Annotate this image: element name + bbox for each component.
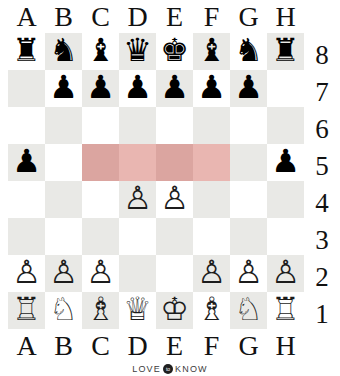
file-label-e-bottom: E	[156, 332, 193, 360]
rank-label-7: 7	[304, 70, 340, 107]
square-b4	[45, 181, 82, 218]
square-a7	[8, 70, 45, 107]
file-labels-top: ABCDEFGH	[8, 0, 304, 33]
square-h2: ♙	[267, 255, 304, 292]
square-g7: ♟	[230, 70, 267, 107]
square-d1: ♕	[119, 292, 156, 329]
piece-white-knight: ♘	[49, 291, 78, 328]
square-c2: ♙	[82, 255, 119, 292]
piece-black-bishop: ♝	[197, 32, 226, 69]
piece-black-pawn: ♟	[160, 69, 189, 106]
square-h5: ♟	[267, 144, 304, 181]
square-d7: ♟	[119, 70, 156, 107]
square-d2	[119, 255, 156, 292]
file-label-b-bottom: B	[45, 332, 82, 360]
square-d8: ♛	[119, 33, 156, 70]
square-c5	[82, 144, 119, 181]
square-b3	[45, 218, 82, 255]
piece-black-bishop: ♝	[86, 32, 115, 69]
file-labels-bottom: ABCDEFGH	[8, 329, 304, 362]
square-e6	[156, 107, 193, 144]
piece-black-knight: ♞	[234, 32, 263, 69]
square-b6	[45, 107, 82, 144]
piece-white-queen: ♕	[123, 291, 152, 328]
file-label-a-top: A	[8, 3, 45, 33]
square-h8: ♜	[267, 33, 304, 70]
piece-white-king: ♔	[160, 291, 189, 328]
square-g8: ♞	[230, 33, 267, 70]
square-b7: ♟	[45, 70, 82, 107]
rank-label-5: 5	[304, 144, 340, 181]
rank-label-8: 8	[304, 33, 340, 70]
piece-black-king: ♚	[160, 32, 189, 69]
square-g3	[230, 218, 267, 255]
square-g6	[230, 107, 267, 144]
square-a6	[8, 107, 45, 144]
piece-black-pawn: ♟	[86, 69, 115, 106]
square-a3	[8, 218, 45, 255]
square-a8: ♜	[8, 33, 45, 70]
piece-white-pawn: ♙	[12, 254, 41, 291]
square-f7: ♟	[193, 70, 230, 107]
logo: LOVE to KNOW	[0, 363, 340, 375]
square-a1: ♖	[8, 292, 45, 329]
piece-white-rook: ♖	[12, 291, 41, 328]
piece-black-queen: ♛	[123, 32, 152, 69]
piece-white-bishop: ♗	[86, 291, 115, 328]
piece-black-pawn: ♟	[234, 69, 263, 106]
square-b8: ♞	[45, 33, 82, 70]
rank-label-2: 2	[304, 255, 340, 292]
piece-black-pawn: ♟	[12, 143, 41, 180]
piece-black-knight: ♞	[49, 32, 78, 69]
square-g4	[230, 181, 267, 218]
chess-diagram: ABCDEFGH ♜♞♝♛♚♝♞♜♟♟♟♟♟♟♟♟♙♙♙♙♙♙♙♙♖♘♗♕♔♗♘…	[0, 0, 340, 375]
piece-black-pawn: ♟	[49, 69, 78, 106]
square-d5	[119, 144, 156, 181]
piece-black-rook: ♜	[271, 32, 300, 69]
file-label-f-bottom: F	[193, 332, 230, 360]
square-c6	[82, 107, 119, 144]
square-d6	[119, 107, 156, 144]
file-label-d-top: D	[119, 3, 156, 33]
square-c1: ♗	[82, 292, 119, 329]
file-label-b-top: B	[45, 3, 82, 33]
square-c7: ♟	[82, 70, 119, 107]
rank-label-4: 4	[304, 181, 340, 218]
square-e8: ♚	[156, 33, 193, 70]
square-f3	[193, 218, 230, 255]
piece-white-rook: ♖	[271, 291, 300, 328]
square-d3	[119, 218, 156, 255]
logo-know-text: KNOW	[175, 364, 208, 374]
piece-white-knight: ♘	[234, 291, 263, 328]
square-b5	[45, 144, 82, 181]
square-f5	[193, 144, 230, 181]
file-label-h-top: H	[267, 3, 304, 33]
piece-white-pawn: ♙	[234, 254, 263, 291]
square-f4	[193, 181, 230, 218]
file-label-g-bottom: G	[230, 332, 267, 360]
square-b2: ♙	[45, 255, 82, 292]
piece-white-pawn: ♙	[123, 180, 152, 217]
square-g2: ♙	[230, 255, 267, 292]
square-f6	[193, 107, 230, 144]
square-f8: ♝	[193, 33, 230, 70]
piece-black-pawn: ♟	[271, 143, 300, 180]
chess-board: ♜♞♝♛♚♝♞♜♟♟♟♟♟♟♟♟♙♙♙♙♙♙♙♙♖♘♗♕♔♗♘♖	[8, 33, 304, 329]
square-h3	[267, 218, 304, 255]
square-c4	[82, 181, 119, 218]
square-f2: ♙	[193, 255, 230, 292]
piece-black-rook: ♜	[12, 32, 41, 69]
square-e3	[156, 218, 193, 255]
file-label-g-top: G	[230, 3, 267, 33]
piece-white-pawn: ♙	[197, 254, 226, 291]
square-e7: ♟	[156, 70, 193, 107]
square-d4: ♙	[119, 181, 156, 218]
square-f1: ♗	[193, 292, 230, 329]
square-a2: ♙	[8, 255, 45, 292]
piece-white-bishop: ♗	[197, 291, 226, 328]
square-e5	[156, 144, 193, 181]
square-c8: ♝	[82, 33, 119, 70]
file-label-f-top: F	[193, 3, 230, 33]
rank-label-1: 1	[304, 292, 340, 329]
rank-labels: 87654321	[304, 33, 340, 329]
logo-to-icon: to	[163, 364, 173, 374]
rank-label-3: 3	[304, 218, 340, 255]
file-label-e-top: E	[156, 3, 193, 33]
square-h4	[267, 181, 304, 218]
square-a5: ♟	[8, 144, 45, 181]
rank-label-6: 6	[304, 107, 340, 144]
logo-love-text: LOVE	[132, 364, 161, 374]
square-h1: ♖	[267, 292, 304, 329]
square-g1: ♘	[230, 292, 267, 329]
square-h7	[267, 70, 304, 107]
piece-white-pawn: ♙	[271, 254, 300, 291]
file-label-d-bottom: D	[119, 332, 156, 360]
piece-black-pawn: ♟	[197, 69, 226, 106]
file-label-h-bottom: H	[267, 332, 304, 360]
square-e1: ♔	[156, 292, 193, 329]
square-b1: ♘	[45, 292, 82, 329]
file-label-a-bottom: A	[8, 332, 45, 360]
piece-white-pawn: ♙	[49, 254, 78, 291]
square-g5	[230, 144, 267, 181]
file-label-c-bottom: C	[82, 332, 119, 360]
file-label-c-top: C	[82, 3, 119, 33]
square-c3	[82, 218, 119, 255]
piece-white-pawn: ♙	[86, 254, 115, 291]
square-h6	[267, 107, 304, 144]
piece-black-pawn: ♟	[123, 69, 152, 106]
piece-white-pawn: ♙	[160, 180, 189, 217]
square-a4	[8, 181, 45, 218]
square-e2	[156, 255, 193, 292]
square-e4: ♙	[156, 181, 193, 218]
